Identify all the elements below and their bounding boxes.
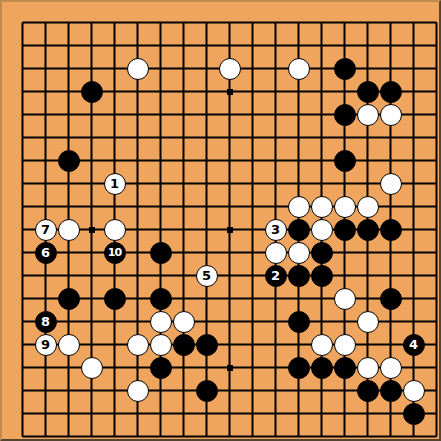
stone-black-16-10 bbox=[357, 219, 379, 241]
stone-black-9-15 bbox=[196, 334, 218, 356]
star-point bbox=[227, 365, 233, 371]
stone-black-3-13 bbox=[58, 288, 80, 310]
stone-white-15-9 bbox=[334, 196, 356, 218]
stone-white-9-12: 5 bbox=[196, 265, 218, 287]
stone-white-3-15 bbox=[58, 334, 80, 356]
stone-white-16-14 bbox=[357, 311, 379, 333]
stone-black-17-4 bbox=[380, 81, 402, 103]
stone-black-9-17 bbox=[196, 380, 218, 402]
board-grid-area: 17361052894 bbox=[11, 11, 441, 441]
stone-black-13-14 bbox=[288, 311, 310, 333]
move-number-5: 5 bbox=[202, 269, 211, 282]
stone-white-16-9 bbox=[357, 196, 379, 218]
move-number-2: 2 bbox=[271, 269, 280, 282]
stone-white-18-17 bbox=[403, 380, 425, 402]
stone-black-17-10 bbox=[380, 219, 402, 241]
star-point bbox=[89, 227, 95, 233]
stone-black-5-13 bbox=[104, 288, 126, 310]
stone-white-4-16 bbox=[81, 357, 103, 379]
stone-white-6-3 bbox=[127, 58, 149, 80]
stone-white-17-16 bbox=[380, 357, 402, 379]
stone-white-13-3 bbox=[288, 58, 310, 80]
stone-white-6-17 bbox=[127, 380, 149, 402]
stone-black-18-15: 4 bbox=[403, 334, 425, 356]
stone-white-13-9 bbox=[288, 196, 310, 218]
stone-black-4-4 bbox=[81, 81, 103, 103]
stone-white-16-16 bbox=[357, 357, 379, 379]
move-number-9: 9 bbox=[41, 338, 50, 351]
stone-white-2-10: 7 bbox=[35, 219, 57, 241]
move-number-1: 1 bbox=[110, 177, 119, 190]
stone-black-15-7 bbox=[334, 150, 356, 172]
stone-white-7-15 bbox=[150, 334, 172, 356]
stone-white-16-5 bbox=[357, 104, 379, 126]
stone-black-3-7 bbox=[58, 150, 80, 172]
stone-white-6-15 bbox=[127, 334, 149, 356]
stone-black-16-17 bbox=[357, 380, 379, 402]
stone-white-15-15 bbox=[334, 334, 356, 356]
stone-black-15-3 bbox=[334, 58, 356, 80]
stone-white-17-8 bbox=[380, 173, 402, 195]
stone-white-2-15: 9 bbox=[35, 334, 57, 356]
stone-white-14-10 bbox=[311, 219, 333, 241]
stone-white-5-8: 1 bbox=[104, 173, 126, 195]
move-number-8: 8 bbox=[41, 315, 50, 328]
move-number-10: 10 bbox=[108, 247, 121, 258]
stone-black-15-16 bbox=[334, 357, 356, 379]
stone-white-15-13 bbox=[334, 288, 356, 310]
stone-white-13-11 bbox=[288, 242, 310, 264]
stone-black-7-13 bbox=[150, 288, 172, 310]
stone-black-15-5 bbox=[334, 104, 356, 126]
stone-black-18-18 bbox=[403, 403, 425, 425]
stone-white-17-5 bbox=[380, 104, 402, 126]
move-number-6: 6 bbox=[41, 246, 50, 259]
stone-white-12-11 bbox=[265, 242, 287, 264]
stone-black-14-12 bbox=[311, 265, 333, 287]
stone-black-16-4 bbox=[357, 81, 379, 103]
move-number-4: 4 bbox=[409, 338, 418, 351]
star-point bbox=[227, 227, 233, 233]
go-board: 17361052894 bbox=[0, 0, 441, 441]
stone-white-7-14 bbox=[150, 311, 172, 333]
stone-black-13-12 bbox=[288, 265, 310, 287]
stone-white-8-14 bbox=[173, 311, 195, 333]
stone-black-7-16 bbox=[150, 357, 172, 379]
stone-black-14-11 bbox=[311, 242, 333, 264]
stone-white-12-10: 3 bbox=[265, 219, 287, 241]
stone-black-13-10 bbox=[288, 219, 310, 241]
stone-black-12-12: 2 bbox=[265, 265, 287, 287]
stone-black-2-11: 6 bbox=[35, 242, 57, 264]
stone-black-15-10 bbox=[334, 219, 356, 241]
stone-black-7-11 bbox=[150, 242, 172, 264]
stone-white-14-15 bbox=[311, 334, 333, 356]
stone-black-14-16 bbox=[311, 357, 333, 379]
stone-black-8-15 bbox=[173, 334, 195, 356]
stone-black-17-13 bbox=[380, 288, 402, 310]
move-number-7: 7 bbox=[41, 223, 50, 236]
board-grid: 17361052894 bbox=[11, 11, 441, 441]
star-point bbox=[227, 89, 233, 95]
stone-black-5-11: 10 bbox=[104, 242, 126, 264]
stone-black-17-17 bbox=[380, 380, 402, 402]
stone-black-13-16 bbox=[288, 357, 310, 379]
stone-white-14-9 bbox=[311, 196, 333, 218]
stone-black-2-14: 8 bbox=[35, 311, 57, 333]
move-number-3: 3 bbox=[271, 223, 280, 236]
stone-white-10-3 bbox=[219, 58, 241, 80]
stone-white-5-10 bbox=[104, 219, 126, 241]
stone-white-3-10 bbox=[58, 219, 80, 241]
